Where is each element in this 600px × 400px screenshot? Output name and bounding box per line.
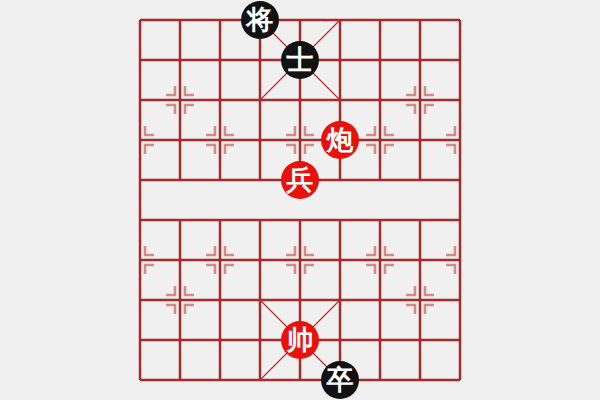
piece-red-soldier[interactable]: 兵 [281, 161, 319, 199]
piece-black-soldier[interactable]: 卒 [321, 361, 359, 399]
piece-red-general[interactable]: 帅 [281, 321, 319, 359]
piece-black-advisor[interactable]: 士 [281, 41, 319, 79]
piece-red-cannon[interactable]: 炮 [321, 121, 359, 159]
piece-layer: 将士炮兵帅卒 [120, 0, 480, 400]
piece-black-general[interactable]: 将 [241, 1, 279, 39]
xiangqi-board: 将士炮兵帅卒 [0, 0, 600, 400]
